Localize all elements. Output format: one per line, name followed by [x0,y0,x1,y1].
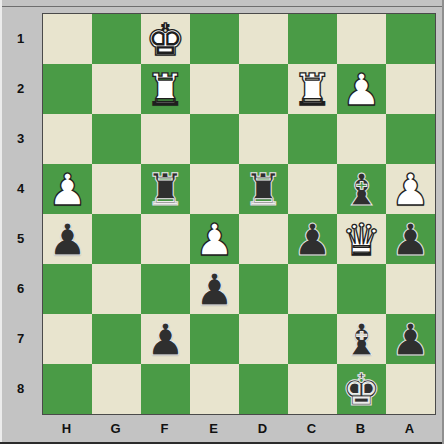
square-d7[interactable] [239,314,288,364]
square-c6[interactable] [288,264,337,314]
square-b1[interactable] [337,14,386,64]
file-label-g: G [91,414,140,442]
white-pawn[interactable]: ♟ [195,218,234,262]
square-h2[interactable] [43,64,92,114]
square-g1[interactable] [92,14,141,64]
frame-top-line [0,6,444,7]
white-pawn[interactable]: ♟ [391,168,430,212]
square-b7[interactable]: ♝ [337,314,386,364]
square-e8[interactable] [190,364,239,414]
square-e3[interactable] [190,114,239,164]
square-a5[interactable]: ♟ [386,214,435,264]
square-d8[interactable] [239,364,288,414]
square-d5[interactable] [239,214,288,264]
white-king[interactable]: ♚ [146,18,185,62]
rank-label-4: 4 [0,163,41,213]
square-b4[interactable]: ♝ [337,164,386,214]
black-pawn[interactable]: ♟ [146,318,185,362]
square-c2[interactable]: ♜ [288,64,337,114]
black-pawn[interactable]: ♟ [391,318,430,362]
square-e7[interactable] [190,314,239,364]
white-rook[interactable]: ♜ [293,68,332,112]
square-d4[interactable]: ♜ [239,164,288,214]
white-pawn[interactable]: ♟ [342,68,381,112]
square-g5[interactable] [92,214,141,264]
black-pawn[interactable]: ♟ [195,268,234,312]
square-f8[interactable] [141,364,190,414]
square-a8[interactable] [386,364,435,414]
square-a4[interactable]: ♟ [386,164,435,214]
square-e6[interactable]: ♟ [190,264,239,314]
square-h8[interactable] [43,364,92,414]
rank-label-2: 2 [0,63,41,113]
black-king[interactable]: ♚ [342,368,381,412]
file-label-b: B [336,414,385,442]
white-queen[interactable]: ♛ [342,218,381,262]
square-h5[interactable]: ♟ [43,214,92,264]
square-f2[interactable]: ♜ [141,64,190,114]
square-c8[interactable] [288,364,337,414]
square-a1[interactable] [386,14,435,64]
square-b2[interactable]: ♟ [337,64,386,114]
square-h7[interactable] [43,314,92,364]
square-c3[interactable] [288,114,337,164]
square-f1[interactable]: ♚ [141,14,190,64]
black-pawn[interactable]: ♟ [293,218,332,262]
square-d6[interactable] [239,264,288,314]
square-g2[interactable] [92,64,141,114]
square-g3[interactable] [92,114,141,164]
square-f3[interactable] [141,114,190,164]
rank-label-3: 3 [0,113,41,163]
black-pawn[interactable]: ♟ [48,218,87,262]
square-a7[interactable]: ♟ [386,314,435,364]
square-c7[interactable] [288,314,337,364]
square-d2[interactable] [239,64,288,114]
square-h1[interactable] [43,14,92,64]
rank-label-7: 7 [0,313,41,363]
black-rook[interactable]: ♜ [146,168,185,212]
square-f4[interactable]: ♜ [141,164,190,214]
square-d3[interactable] [239,114,288,164]
file-label-c: C [287,414,336,442]
square-b8[interactable]: ♚ [337,364,386,414]
square-a6[interactable] [386,264,435,314]
white-pawn[interactable]: ♟ [48,168,87,212]
square-h4[interactable]: ♟ [43,164,92,214]
rank-label-8: 8 [0,363,41,413]
rank-label-6: 6 [0,263,41,313]
square-g7[interactable] [92,314,141,364]
file-labels: HGFEDCBA [42,414,434,442]
file-label-e: E [189,414,238,442]
square-b6[interactable] [337,264,386,314]
square-d1[interactable] [239,14,288,64]
square-h6[interactable] [43,264,92,314]
rank-labels: 12345678 [0,13,41,413]
square-f5[interactable] [141,214,190,264]
file-label-f: F [140,414,189,442]
chess-board-widget: 12345678 ♚♜♜♟♟♜♜♝♟♟♟♟♛♟♟♟♝♟♚ HGFEDCBA [0,0,444,444]
square-f7[interactable]: ♟ [141,314,190,364]
chess-board[interactable]: ♚♜♜♟♟♜♜♝♟♟♟♟♛♟♟♟♝♟♚ [42,13,436,415]
file-label-a: A [385,414,434,442]
square-h3[interactable] [43,114,92,164]
black-rook[interactable]: ♜ [244,168,283,212]
square-e5[interactable]: ♟ [190,214,239,264]
square-c5[interactable]: ♟ [288,214,337,264]
square-e4[interactable] [190,164,239,214]
square-c4[interactable] [288,164,337,214]
black-pawn[interactable]: ♟ [391,218,430,262]
square-c1[interactable] [288,14,337,64]
black-bishop[interactable]: ♝ [342,168,381,212]
black-bishop[interactable]: ♝ [342,318,381,362]
square-a2[interactable] [386,64,435,114]
rank-label-1: 1 [0,13,41,63]
rank-label-5: 5 [0,213,41,263]
square-a3[interactable] [386,114,435,164]
square-e1[interactable] [190,14,239,64]
white-rook[interactable]: ♜ [146,68,185,112]
square-b3[interactable] [337,114,386,164]
square-e2[interactable] [190,64,239,114]
square-g4[interactable] [92,164,141,214]
square-f6[interactable] [141,264,190,314]
square-b5[interactable]: ♛ [337,214,386,264]
square-g8[interactable] [92,364,141,414]
square-g6[interactable] [92,264,141,314]
file-label-d: D [238,414,287,442]
file-label-h: H [42,414,91,442]
